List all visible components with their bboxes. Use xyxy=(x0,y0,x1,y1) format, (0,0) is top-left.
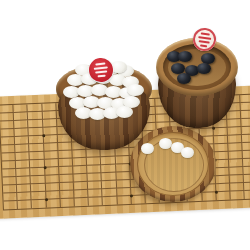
sticker-text-line xyxy=(95,70,107,73)
sticker-text-line xyxy=(200,44,207,47)
sticker-text-line xyxy=(98,75,106,78)
black-stone xyxy=(197,63,211,74)
goban-cell xyxy=(103,197,118,206)
go-set-photo xyxy=(0,0,250,250)
white-stone xyxy=(116,106,133,118)
black-stone-bowl xyxy=(156,34,238,130)
sticker-text-line xyxy=(198,36,211,40)
goban-cell xyxy=(243,166,250,175)
sticker-text-line xyxy=(201,32,210,35)
goban-cell xyxy=(89,197,104,206)
goban-cell xyxy=(32,200,47,209)
goban-cell xyxy=(74,198,89,207)
goban-cell xyxy=(216,192,231,201)
sticker-text-line xyxy=(199,40,210,44)
goban-cell xyxy=(243,150,250,159)
goban-cell xyxy=(230,191,245,200)
star-point xyxy=(43,166,46,169)
goban-cell xyxy=(245,190,250,199)
goban-cell xyxy=(18,200,33,209)
goban-cell xyxy=(244,174,250,183)
sticker-text-line xyxy=(94,66,108,69)
black-stone xyxy=(177,73,191,84)
white-stone xyxy=(181,147,194,158)
goban-cell xyxy=(46,199,61,208)
goban-cell xyxy=(243,158,250,167)
goban-cell xyxy=(4,201,19,210)
sticker-text-line xyxy=(95,63,105,66)
white-stone-bowl xyxy=(56,62,152,152)
star-point xyxy=(42,134,45,137)
white-stone xyxy=(127,84,144,96)
goban-cell xyxy=(244,182,250,191)
black-stone xyxy=(178,51,192,62)
goban-cell xyxy=(60,198,75,207)
